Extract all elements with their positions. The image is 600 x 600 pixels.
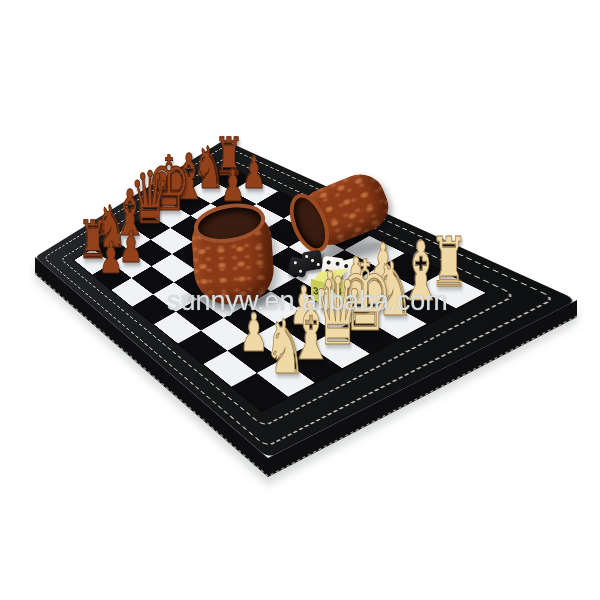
product-photo-stage: 32 64 ♜♞♝♛♚♝♞♜♟♟♟♟♟♟♟♟♟♞♝♛♚♞♝♜ sunnyw.en… (0, 0, 600, 600)
watermark-text: sunnyw.en.alibaba.com (167, 286, 448, 317)
